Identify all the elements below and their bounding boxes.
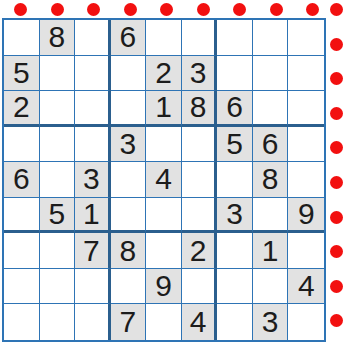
sudoku-given-r2c6: 3	[182, 56, 218, 92]
sudoku-given-r5c1: 6	[4, 162, 40, 198]
sudoku-cell-r8c2[interactable]	[40, 269, 76, 305]
sudoku-given-r1c2: 8	[40, 20, 76, 56]
red-dot-top-2	[51, 3, 64, 16]
sudoku-cell-r1c5[interactable]	[146, 20, 182, 56]
red-dot-top-9	[306, 3, 319, 16]
sudoku-given-r6c2: 5	[40, 198, 76, 234]
red-dot-right-9	[330, 314, 343, 327]
sudoku-given-r5c5: 4	[146, 162, 182, 198]
sudoku-cell-r5c2[interactable]	[40, 162, 76, 198]
sudoku-cell-r7c9[interactable]	[288, 233, 324, 269]
sudoku-cell-r2c2[interactable]	[40, 56, 76, 92]
sudoku-given-r9c4: 7	[111, 304, 147, 340]
sudoku-cell-r3c9[interactable]	[288, 91, 324, 127]
sudoku-given-r4c4: 3	[111, 127, 147, 163]
sudoku-cell-r6c1[interactable]	[4, 198, 40, 234]
sudoku-cell-r2c4[interactable]	[111, 56, 147, 92]
sudoku-cell-r3c4[interactable]	[111, 91, 147, 127]
sudoku-given-r8c9: 4	[288, 269, 324, 305]
sudoku-cell-r1c1[interactable]	[4, 20, 40, 56]
red-dot-top-7	[233, 3, 246, 16]
red-dot-right-4	[330, 141, 343, 154]
sudoku-cell-r7c2[interactable]	[40, 233, 76, 269]
sudoku-cell-r6c5[interactable]	[146, 198, 182, 234]
sudoku-cell-r7c1[interactable]	[4, 233, 40, 269]
sudoku-cell-r1c6[interactable]	[182, 20, 218, 56]
red-dot-top-6	[197, 3, 210, 16]
sudoku-given-r8c5: 9	[146, 269, 182, 305]
red-dot-right-5	[330, 176, 343, 189]
sudoku-cell-r4c3[interactable]	[75, 127, 111, 163]
sudoku-cell-r3c8[interactable]	[253, 91, 289, 127]
sudoku-given-r7c4: 8	[111, 233, 147, 269]
sudoku-cell-r9c7[interactable]	[217, 304, 253, 340]
sudoku-cell-r3c3[interactable]	[75, 91, 111, 127]
sudoku-cell-r8c3[interactable]	[75, 269, 111, 305]
sudoku-cell-r8c6[interactable]	[182, 269, 218, 305]
sudoku-cell-r1c3[interactable]	[75, 20, 111, 56]
sudoku-given-r3c7: 6	[217, 91, 253, 127]
sudoku-given-r9c6: 4	[182, 304, 218, 340]
sudoku-cell-r9c2[interactable]	[40, 304, 76, 340]
sudoku-cell-r1c7[interactable]	[217, 20, 253, 56]
red-dot-right-1	[330, 38, 343, 51]
sudoku-cell-r7c7[interactable]	[217, 233, 253, 269]
sudoku-given-r5c3: 3	[75, 162, 111, 198]
red-dot-right-6	[330, 211, 343, 224]
sudoku-cell-r9c5[interactable]	[146, 304, 182, 340]
red-dot-right-2	[330, 72, 343, 85]
sudoku-cell-r1c8[interactable]	[253, 20, 289, 56]
sudoku-cell-r2c9[interactable]	[288, 56, 324, 92]
sudoku-cell-r2c3[interactable]	[75, 56, 111, 92]
sudoku-cell-r2c8[interactable]	[253, 56, 289, 92]
red-dot-top-3	[87, 3, 100, 16]
red-dot-corner	[330, 3, 343, 16]
sudoku-cell-r5c7[interactable]	[217, 162, 253, 198]
sudoku-cell-r2c7[interactable]	[217, 56, 253, 92]
sudoku-cell-r1c9[interactable]	[288, 20, 324, 56]
sudoku-given-r6c7: 3	[217, 198, 253, 234]
sudoku-cell-r4c1[interactable]	[4, 127, 40, 163]
sudoku-cell-r9c3[interactable]	[75, 304, 111, 340]
red-dot-right-8	[330, 280, 343, 293]
sudoku-given-r2c5: 2	[146, 56, 182, 92]
sudoku-given-r6c9: 9	[288, 198, 324, 234]
sudoku-given-r6c3: 1	[75, 198, 111, 234]
sudoku-cell-r4c5[interactable]	[146, 127, 182, 163]
sudoku-given-r3c5: 1	[146, 91, 182, 127]
sudoku-cell-r8c4[interactable]	[111, 269, 147, 305]
sudoku-cell-r6c4[interactable]	[111, 198, 147, 234]
sudoku-cell-r9c9[interactable]	[288, 304, 324, 340]
sudoku-given-r4c8: 6	[253, 127, 289, 163]
sudoku-given-r2c1: 5	[4, 56, 40, 92]
sudoku-given-r7c3: 7	[75, 233, 111, 269]
sudoku-given-r3c1: 2	[4, 91, 40, 127]
red-dot-right-3	[330, 107, 343, 120]
red-dot-top-8	[270, 3, 283, 16]
sudoku-cell-r6c6[interactable]	[182, 198, 218, 234]
red-dot-top-1	[14, 3, 27, 16]
sudoku-given-r1c4: 6	[111, 20, 147, 56]
sudoku-cell-r5c6[interactable]	[182, 162, 218, 198]
sudoku-cell-r6c8[interactable]	[253, 198, 289, 234]
sudoku-cell-r3c2[interactable]	[40, 91, 76, 127]
sudoku-given-r5c8: 8	[253, 162, 289, 198]
sudoku-cell-r8c8[interactable]	[253, 269, 289, 305]
sudoku-given-r9c8: 3	[253, 304, 289, 340]
sudoku-cell-r8c7[interactable]	[217, 269, 253, 305]
sudoku-given-r3c6: 8	[182, 91, 218, 127]
sudoku-given-r7c6: 2	[182, 233, 218, 269]
sudoku-cell-r9c1[interactable]	[4, 304, 40, 340]
sudoku-board: 86523218635663485139782194743	[2, 18, 326, 342]
sudoku-cell-r8c1[interactable]	[4, 269, 40, 305]
sudoku-cell-r5c9[interactable]	[288, 162, 324, 198]
sudoku-given-r7c8: 1	[253, 233, 289, 269]
sudoku-cell-r4c6[interactable]	[182, 127, 218, 163]
sudoku-puzzle-screenshot: 86523218635663485139782194743	[0, 0, 344, 344]
sudoku-cell-r7c5[interactable]	[146, 233, 182, 269]
sudoku-given-r4c7: 5	[217, 127, 253, 163]
sudoku-cell-r5c4[interactable]	[111, 162, 147, 198]
sudoku-cell-r4c2[interactable]	[40, 127, 76, 163]
red-dot-right-7	[330, 245, 343, 258]
red-dot-top-5	[160, 3, 173, 16]
sudoku-cell-r4c9[interactable]	[288, 127, 324, 163]
red-dot-top-4	[124, 3, 137, 16]
